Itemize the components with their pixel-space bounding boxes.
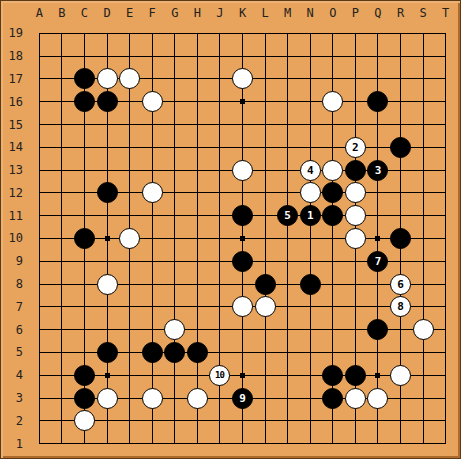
board-point-N11[interactable]: 1 — [299, 204, 322, 227]
board-point-K16[interactable] — [231, 90, 254, 113]
board-point-E15[interactable] — [118, 113, 141, 136]
board-point-M16[interactable] — [276, 90, 299, 113]
board-point-Q16[interactable] — [367, 90, 390, 113]
board-point-K6[interactable] — [231, 318, 254, 341]
board-point-J9[interactable] — [209, 250, 232, 273]
board-point-S4[interactable] — [412, 364, 435, 387]
board-point-M3[interactable] — [276, 387, 299, 410]
board-point-C19[interactable] — [73, 22, 96, 45]
board-point-S3[interactable] — [412, 387, 435, 410]
board-point-G11[interactable] — [163, 204, 186, 227]
board-point-B7[interactable] — [51, 295, 74, 318]
board-point-R6[interactable] — [389, 318, 412, 341]
board-point-M7[interactable] — [276, 295, 299, 318]
board-point-N6[interactable] — [299, 318, 322, 341]
board-point-A18[interactable] — [28, 45, 51, 68]
board-point-M10[interactable] — [276, 227, 299, 250]
board-point-T3[interactable] — [434, 387, 457, 410]
board-point-Q9[interactable]: 7 — [367, 250, 390, 273]
board-point-R18[interactable] — [389, 45, 412, 68]
board-point-C11[interactable] — [73, 204, 96, 227]
board-point-J15[interactable] — [209, 113, 232, 136]
board-point-N13[interactable]: 4 — [299, 159, 322, 182]
board-point-B10[interactable] — [51, 227, 74, 250]
board-point-F6[interactable] — [141, 318, 164, 341]
board-point-B15[interactable] — [51, 113, 74, 136]
board-point-M15[interactable] — [276, 113, 299, 136]
board-point-P11[interactable] — [344, 204, 367, 227]
board-point-D19[interactable] — [96, 22, 119, 45]
board-point-F16[interactable] — [141, 90, 164, 113]
board-point-E14[interactable] — [118, 136, 141, 159]
board-point-O18[interactable] — [322, 45, 345, 68]
board-point-P1[interactable] — [344, 432, 367, 455]
board-point-G13[interactable] — [163, 159, 186, 182]
board-point-P15[interactable] — [344, 113, 367, 136]
board-point-C14[interactable] — [73, 136, 96, 159]
board-point-P13[interactable] — [344, 159, 367, 182]
board-point-R12[interactable] — [389, 182, 412, 205]
board-point-H19[interactable] — [186, 22, 209, 45]
board-point-O6[interactable] — [322, 318, 345, 341]
board-point-D1[interactable] — [96, 432, 119, 455]
board-point-E9[interactable] — [118, 250, 141, 273]
board-point-N5[interactable] — [299, 341, 322, 364]
board-point-B18[interactable] — [51, 45, 74, 68]
board-point-S8[interactable] — [412, 273, 435, 296]
board-point-P16[interactable] — [344, 90, 367, 113]
board-point-K17[interactable] — [231, 68, 254, 91]
board-point-O14[interactable] — [322, 136, 345, 159]
board-point-N15[interactable] — [299, 113, 322, 136]
board-point-P19[interactable] — [344, 22, 367, 45]
board-point-L14[interactable] — [254, 136, 277, 159]
board-point-R7[interactable]: 8 — [389, 295, 412, 318]
board-point-T1[interactable] — [434, 432, 457, 455]
board-point-L17[interactable] — [254, 68, 277, 91]
board-point-A9[interactable] — [28, 250, 51, 273]
board-point-F4[interactable] — [141, 364, 164, 387]
board-point-Q11[interactable] — [367, 204, 390, 227]
board-point-E11[interactable] — [118, 204, 141, 227]
board-point-Q5[interactable] — [367, 341, 390, 364]
board-point-D9[interactable] — [96, 250, 119, 273]
board-point-N3[interactable] — [299, 387, 322, 410]
board-point-Q3[interactable] — [367, 387, 390, 410]
board-point-M18[interactable] — [276, 45, 299, 68]
board-point-F10[interactable] — [141, 227, 164, 250]
board-point-F3[interactable] — [141, 387, 164, 410]
board-point-J11[interactable] — [209, 204, 232, 227]
board-point-E8[interactable] — [118, 273, 141, 296]
board-point-K4[interactable] — [231, 364, 254, 387]
board-point-B1[interactable] — [51, 432, 74, 455]
board-point-J13[interactable] — [209, 159, 232, 182]
board-point-J7[interactable] — [209, 295, 232, 318]
board-point-F7[interactable] — [141, 295, 164, 318]
board-point-H6[interactable] — [186, 318, 209, 341]
board-point-R15[interactable] — [389, 113, 412, 136]
board-point-T17[interactable] — [434, 68, 457, 91]
board-point-J2[interactable] — [209, 409, 232, 432]
board-point-M9[interactable] — [276, 250, 299, 273]
board-point-T2[interactable] — [434, 409, 457, 432]
board-point-C13[interactable] — [73, 159, 96, 182]
board-point-L13[interactable] — [254, 159, 277, 182]
board-point-C15[interactable] — [73, 113, 96, 136]
board-point-H5[interactable] — [186, 341, 209, 364]
board-point-K19[interactable] — [231, 22, 254, 45]
board-point-P10[interactable] — [344, 227, 367, 250]
board-point-J4[interactable]: 10 — [209, 364, 232, 387]
board-point-E18[interactable] — [118, 45, 141, 68]
board-point-S18[interactable] — [412, 45, 435, 68]
board-point-Q8[interactable] — [367, 273, 390, 296]
board-point-J6[interactable] — [209, 318, 232, 341]
board-point-B9[interactable] — [51, 250, 74, 273]
board-point-J3[interactable] — [209, 387, 232, 410]
board-point-H2[interactable] — [186, 409, 209, 432]
board-point-Q18[interactable] — [367, 45, 390, 68]
board-point-A12[interactable] — [28, 182, 51, 205]
board-point-A13[interactable] — [28, 159, 51, 182]
board-point-T15[interactable] — [434, 113, 457, 136]
board-point-R19[interactable] — [389, 22, 412, 45]
board-point-C9[interactable] — [73, 250, 96, 273]
board-point-S5[interactable] — [412, 341, 435, 364]
board-point-B11[interactable] — [51, 204, 74, 227]
board-point-K7[interactable] — [231, 295, 254, 318]
board-point-J12[interactable] — [209, 182, 232, 205]
board-point-D11[interactable] — [96, 204, 119, 227]
board-point-E4[interactable] — [118, 364, 141, 387]
board-point-A15[interactable] — [28, 113, 51, 136]
board-point-H18[interactable] — [186, 45, 209, 68]
board-point-B4[interactable] — [51, 364, 74, 387]
board-point-F14[interactable] — [141, 136, 164, 159]
board-point-L3[interactable] — [254, 387, 277, 410]
board-point-F18[interactable] — [141, 45, 164, 68]
board-point-C3[interactable] — [73, 387, 96, 410]
board-point-B3[interactable] — [51, 387, 74, 410]
board-point-T7[interactable] — [434, 295, 457, 318]
board-point-F17[interactable] — [141, 68, 164, 91]
board-point-F9[interactable] — [141, 250, 164, 273]
board-point-N17[interactable] — [299, 68, 322, 91]
board-point-J8[interactable] — [209, 273, 232, 296]
board-point-T9[interactable] — [434, 250, 457, 273]
board-point-H9[interactable] — [186, 250, 209, 273]
board-point-L12[interactable] — [254, 182, 277, 205]
board-point-F15[interactable] — [141, 113, 164, 136]
board-point-E12[interactable] — [118, 182, 141, 205]
board-point-G15[interactable] — [163, 113, 186, 136]
board-point-H8[interactable] — [186, 273, 209, 296]
board-point-S2[interactable] — [412, 409, 435, 432]
board-point-F13[interactable] — [141, 159, 164, 182]
board-point-A1[interactable] — [28, 432, 51, 455]
board-point-A6[interactable] — [28, 318, 51, 341]
board-point-E2[interactable] — [118, 409, 141, 432]
board-point-C2[interactable] — [73, 409, 96, 432]
board-point-J1[interactable] — [209, 432, 232, 455]
board-point-M5[interactable] — [276, 341, 299, 364]
board-point-K12[interactable] — [231, 182, 254, 205]
board-point-P5[interactable] — [344, 341, 367, 364]
board-point-C16[interactable] — [73, 90, 96, 113]
board-point-L7[interactable] — [254, 295, 277, 318]
board-point-N19[interactable] — [299, 22, 322, 45]
board-point-M8[interactable] — [276, 273, 299, 296]
board-point-S9[interactable] — [412, 250, 435, 273]
board-point-R17[interactable] — [389, 68, 412, 91]
board-point-E3[interactable] — [118, 387, 141, 410]
board-point-Q15[interactable] — [367, 113, 390, 136]
board-point-L2[interactable] — [254, 409, 277, 432]
board-point-B8[interactable] — [51, 273, 74, 296]
board-point-K2[interactable] — [231, 409, 254, 432]
board-point-F11[interactable] — [141, 204, 164, 227]
board-point-L19[interactable] — [254, 22, 277, 45]
board-point-K11[interactable] — [231, 204, 254, 227]
board-point-A8[interactable] — [28, 273, 51, 296]
board-point-L11[interactable] — [254, 204, 277, 227]
board-point-N7[interactable] — [299, 295, 322, 318]
board-point-G6[interactable] — [163, 318, 186, 341]
board-point-P2[interactable] — [344, 409, 367, 432]
board-point-K3[interactable]: 9 — [231, 387, 254, 410]
board-point-A11[interactable] — [28, 204, 51, 227]
board-point-O11[interactable] — [322, 204, 345, 227]
board-point-M17[interactable] — [276, 68, 299, 91]
board-point-H15[interactable] — [186, 113, 209, 136]
board-point-A19[interactable] — [28, 22, 51, 45]
board-point-N2[interactable] — [299, 409, 322, 432]
board-point-G4[interactable] — [163, 364, 186, 387]
board-point-O15[interactable] — [322, 113, 345, 136]
board-point-M14[interactable] — [276, 136, 299, 159]
board-point-R8[interactable]: 6 — [389, 273, 412, 296]
board-point-P4[interactable] — [344, 364, 367, 387]
board-point-C12[interactable] — [73, 182, 96, 205]
board-point-O4[interactable] — [322, 364, 345, 387]
board-point-R4[interactable] — [389, 364, 412, 387]
board-point-G1[interactable] — [163, 432, 186, 455]
board-point-D6[interactable] — [96, 318, 119, 341]
board-point-T10[interactable] — [434, 227, 457, 250]
board-point-H16[interactable] — [186, 90, 209, 113]
board-point-J14[interactable] — [209, 136, 232, 159]
board-point-A2[interactable] — [28, 409, 51, 432]
board-point-D13[interactable] — [96, 159, 119, 182]
board-point-M11[interactable]: 5 — [276, 204, 299, 227]
board-point-A16[interactable] — [28, 90, 51, 113]
board-point-D10[interactable] — [96, 227, 119, 250]
board-point-D4[interactable] — [96, 364, 119, 387]
board-point-B17[interactable] — [51, 68, 74, 91]
board-point-R16[interactable] — [389, 90, 412, 113]
board-point-F1[interactable] — [141, 432, 164, 455]
board-point-T11[interactable] — [434, 204, 457, 227]
board-point-N9[interactable] — [299, 250, 322, 273]
board-point-P12[interactable] — [344, 182, 367, 205]
board-point-O7[interactable] — [322, 295, 345, 318]
board-point-N16[interactable] — [299, 90, 322, 113]
board-point-S6[interactable] — [412, 318, 435, 341]
board-point-L9[interactable] — [254, 250, 277, 273]
board-point-G9[interactable] — [163, 250, 186, 273]
board-point-S12[interactable] — [412, 182, 435, 205]
board-point-Q12[interactable] — [367, 182, 390, 205]
board-point-H17[interactable] — [186, 68, 209, 91]
board-point-P14[interactable]: 2 — [344, 136, 367, 159]
board-point-O1[interactable] — [322, 432, 345, 455]
board-point-E16[interactable] — [118, 90, 141, 113]
board-point-R3[interactable] — [389, 387, 412, 410]
board-point-G7[interactable] — [163, 295, 186, 318]
board-point-H14[interactable] — [186, 136, 209, 159]
board-point-C6[interactable] — [73, 318, 96, 341]
board-point-B14[interactable] — [51, 136, 74, 159]
board-point-L8[interactable] — [254, 273, 277, 296]
board-point-K14[interactable] — [231, 136, 254, 159]
board-point-Q14[interactable] — [367, 136, 390, 159]
board-point-T18[interactable] — [434, 45, 457, 68]
board-point-S16[interactable] — [412, 90, 435, 113]
board-point-F8[interactable] — [141, 273, 164, 296]
board-point-S11[interactable] — [412, 204, 435, 227]
board-point-M6[interactable] — [276, 318, 299, 341]
board-point-B16[interactable] — [51, 90, 74, 113]
board-point-J10[interactable] — [209, 227, 232, 250]
board-point-P17[interactable] — [344, 68, 367, 91]
board-point-P18[interactable] — [344, 45, 367, 68]
board-point-L10[interactable] — [254, 227, 277, 250]
board-point-O17[interactable] — [322, 68, 345, 91]
board-point-M12[interactable] — [276, 182, 299, 205]
board-point-H3[interactable] — [186, 387, 209, 410]
board-point-C7[interactable] — [73, 295, 96, 318]
board-point-H1[interactable] — [186, 432, 209, 455]
board-point-C5[interactable] — [73, 341, 96, 364]
board-point-E6[interactable] — [118, 318, 141, 341]
board-point-L5[interactable] — [254, 341, 277, 364]
board-point-Q10[interactable] — [367, 227, 390, 250]
board-point-H12[interactable] — [186, 182, 209, 205]
board-point-F19[interactable] — [141, 22, 164, 45]
board-point-O9[interactable] — [322, 250, 345, 273]
board-point-N1[interactable] — [299, 432, 322, 455]
board-point-Q4[interactable] — [367, 364, 390, 387]
board-point-G14[interactable] — [163, 136, 186, 159]
board-point-R2[interactable] — [389, 409, 412, 432]
board-point-B13[interactable] — [51, 159, 74, 182]
board-point-F12[interactable] — [141, 182, 164, 205]
board-point-D12[interactable] — [96, 182, 119, 205]
board-point-A3[interactable] — [28, 387, 51, 410]
board-point-T13[interactable] — [434, 159, 457, 182]
board-point-D2[interactable] — [96, 409, 119, 432]
board-point-Q13[interactable]: 3 — [367, 159, 390, 182]
board-point-D14[interactable] — [96, 136, 119, 159]
board-point-R11[interactable] — [389, 204, 412, 227]
board-point-A4[interactable] — [28, 364, 51, 387]
board-point-C4[interactable] — [73, 364, 96, 387]
board-point-S7[interactable] — [412, 295, 435, 318]
board-point-P9[interactable] — [344, 250, 367, 273]
board-point-C17[interactable] — [73, 68, 96, 91]
board-point-Q17[interactable] — [367, 68, 390, 91]
board-point-N10[interactable] — [299, 227, 322, 250]
board-point-K13[interactable] — [231, 159, 254, 182]
board-point-R13[interactable] — [389, 159, 412, 182]
board-point-T12[interactable] — [434, 182, 457, 205]
board-point-M19[interactable] — [276, 22, 299, 45]
board-point-C1[interactable] — [73, 432, 96, 455]
board-point-M2[interactable] — [276, 409, 299, 432]
board-point-K9[interactable] — [231, 250, 254, 273]
board-point-K15[interactable] — [231, 113, 254, 136]
board-point-S15[interactable] — [412, 113, 435, 136]
board-point-M4[interactable] — [276, 364, 299, 387]
board-point-S17[interactable] — [412, 68, 435, 91]
board-point-F2[interactable] — [141, 409, 164, 432]
board-point-H10[interactable] — [186, 227, 209, 250]
board-point-O19[interactable] — [322, 22, 345, 45]
board-point-H7[interactable] — [186, 295, 209, 318]
board-point-D16[interactable] — [96, 90, 119, 113]
board-point-A17[interactable] — [28, 68, 51, 91]
board-point-J5[interactable] — [209, 341, 232, 364]
board-point-K8[interactable] — [231, 273, 254, 296]
board-point-T19[interactable] — [434, 22, 457, 45]
board-point-N4[interactable] — [299, 364, 322, 387]
board-point-T16[interactable] — [434, 90, 457, 113]
board-point-S14[interactable] — [412, 136, 435, 159]
board-point-D5[interactable] — [96, 341, 119, 364]
board-point-A14[interactable] — [28, 136, 51, 159]
board-point-B2[interactable] — [51, 409, 74, 432]
board-point-Q7[interactable] — [367, 295, 390, 318]
board-point-O5[interactable] — [322, 341, 345, 364]
board-point-N14[interactable] — [299, 136, 322, 159]
board-point-H11[interactable] — [186, 204, 209, 227]
board-point-Q6[interactable] — [367, 318, 390, 341]
board-point-P8[interactable] — [344, 273, 367, 296]
board-point-E19[interactable] — [118, 22, 141, 45]
board-point-J18[interactable] — [209, 45, 232, 68]
board-point-G17[interactable] — [163, 68, 186, 91]
board-point-G16[interactable] — [163, 90, 186, 113]
board-point-G5[interactable] — [163, 341, 186, 364]
board-point-P6[interactable] — [344, 318, 367, 341]
board-point-M1[interactable] — [276, 432, 299, 455]
board-point-G3[interactable] — [163, 387, 186, 410]
board-point-B6[interactable] — [51, 318, 74, 341]
board-point-G10[interactable] — [163, 227, 186, 250]
board-point-N8[interactable] — [299, 273, 322, 296]
board-point-C8[interactable] — [73, 273, 96, 296]
board-point-K1[interactable] — [231, 432, 254, 455]
board-point-L18[interactable] — [254, 45, 277, 68]
board-point-D17[interactable] — [96, 68, 119, 91]
board-point-O10[interactable] — [322, 227, 345, 250]
board-point-O2[interactable] — [322, 409, 345, 432]
board-point-D7[interactable] — [96, 295, 119, 318]
board-point-P7[interactable] — [344, 295, 367, 318]
board-point-Q2[interactable] — [367, 409, 390, 432]
board-point-O12[interactable] — [322, 182, 345, 205]
